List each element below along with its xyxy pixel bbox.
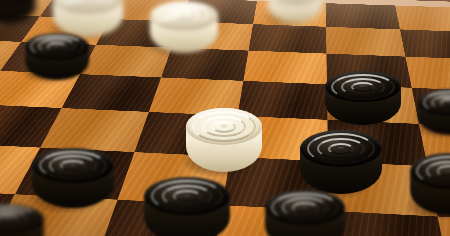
piece-face bbox=[144, 177, 230, 215]
checker-white-d7 bbox=[150, 1, 218, 53]
checker-black-f5 bbox=[325, 71, 401, 125]
piece-face bbox=[25, 33, 89, 60]
checker-black-b2 bbox=[0, 204, 44, 236]
piece-face bbox=[186, 108, 262, 145]
pieces-layer bbox=[0, 0, 450, 236]
checker-black-g5 bbox=[418, 89, 450, 135]
piece-face bbox=[300, 130, 382, 167]
checker-black-f3 bbox=[300, 130, 382, 194]
checker-white-f8 bbox=[268, 0, 322, 23]
piece-face bbox=[150, 1, 218, 31]
piece-face bbox=[325, 71, 401, 102]
checker-black-e2 bbox=[265, 190, 345, 236]
checker-black-d2 bbox=[144, 177, 230, 236]
piece-face bbox=[265, 190, 345, 225]
checker-white-c8 bbox=[53, 0, 123, 37]
piece-face bbox=[32, 148, 114, 183]
checkers-photo bbox=[0, 0, 450, 236]
checker-black-c3 bbox=[32, 148, 114, 208]
checker-white-e4 bbox=[186, 108, 262, 172]
checker-black-b8 bbox=[0, 0, 36, 23]
checker-black-c6 bbox=[25, 33, 89, 80]
checker-black-g3 bbox=[410, 153, 450, 215]
